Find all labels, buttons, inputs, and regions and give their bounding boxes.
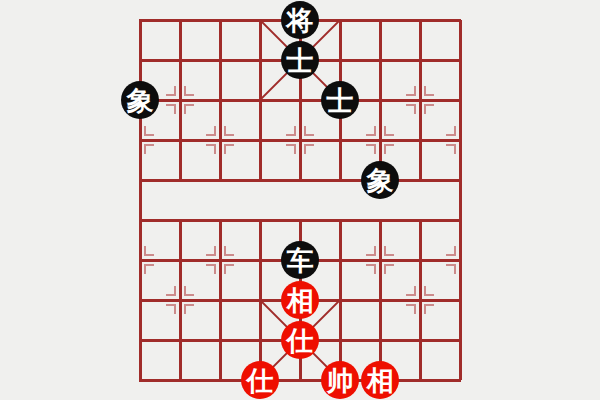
piece-red-elephant[interactable]: 相 bbox=[361, 361, 399, 399]
piece-red-advisor[interactable]: 仕 bbox=[281, 321, 319, 359]
xiangqi-diagram: 将士象士象车相仕仕帅相 bbox=[0, 0, 600, 400]
piece-black-chariot[interactable]: 车 bbox=[281, 241, 319, 279]
piece-black-advisor[interactable]: 士 bbox=[321, 81, 359, 119]
piece-red-general[interactable]: 帅 bbox=[321, 361, 359, 399]
piece-red-elephant[interactable]: 相 bbox=[281, 281, 319, 319]
pieces-layer: 将士象士象车相仕仕帅相 bbox=[0, 0, 600, 400]
piece-red-advisor[interactable]: 仕 bbox=[241, 361, 279, 399]
piece-black-general[interactable]: 将 bbox=[281, 1, 319, 39]
piece-black-elephant[interactable]: 象 bbox=[121, 81, 159, 119]
piece-black-advisor[interactable]: 士 bbox=[281, 41, 319, 79]
piece-black-elephant[interactable]: 象 bbox=[361, 161, 399, 199]
